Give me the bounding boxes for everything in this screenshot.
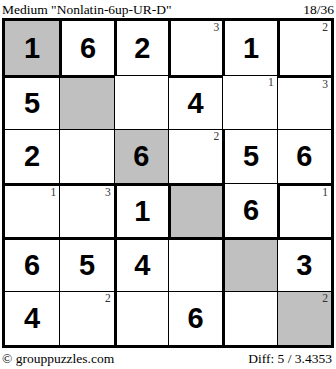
- cell-value: 4: [134, 249, 150, 282]
- cell-r1c2[interactable]: 6: [59, 21, 113, 75]
- difficulty-text: Diff: 5 / 3.4353: [248, 351, 332, 367]
- pencil-mark: 3: [322, 77, 328, 91]
- pencil-mark: 2: [214, 129, 220, 143]
- cell-r3c5[interactable]: 5: [222, 129, 276, 183]
- cell-r4c6[interactable]: 1: [277, 183, 331, 237]
- cell-r3c4[interactable]: 2: [168, 129, 222, 183]
- cell-r3c3[interactable]: 6: [114, 129, 168, 183]
- cell-r3c1[interactable]: 2: [5, 129, 59, 183]
- cell-r6c1[interactable]: 4: [5, 291, 59, 345]
- pencil-mark: 1: [268, 75, 274, 89]
- cell-value: 5: [79, 249, 95, 282]
- cell-r6c2[interactable]: 2: [59, 291, 113, 345]
- cell-r6c6[interactable]: 2: [277, 291, 331, 345]
- cell-r6c3[interactable]: [114, 291, 168, 345]
- cell-r3c6[interactable]: 6: [277, 129, 331, 183]
- cell-r4c4[interactable]: [168, 183, 222, 237]
- pencil-mark: 1: [322, 185, 328, 199]
- cell-r4c1[interactable]: 1: [5, 183, 59, 237]
- cell-value: 6: [243, 194, 259, 227]
- cell-r2c6[interactable]: 3: [277, 75, 331, 129]
- progress-count: 18/36: [303, 2, 334, 18]
- cell-value: 1: [24, 32, 40, 65]
- cell-r5c1[interactable]: 6: [5, 237, 59, 291]
- cell-value: 2: [134, 32, 150, 65]
- cell-r4c5[interactable]: 6: [222, 183, 276, 237]
- puzzle-title: Medium "Nonlatin-6up-UR-D": [2, 2, 172, 18]
- cell-value: 5: [24, 87, 40, 120]
- cell-r4c2[interactable]: 3: [59, 183, 113, 237]
- cell-r4c3[interactable]: 1: [114, 183, 168, 237]
- cell-value: 1: [243, 32, 259, 65]
- cell-value: 2: [24, 140, 40, 173]
- cell-r2c3[interactable]: [114, 75, 168, 129]
- cell-r6c4[interactable]: 6: [168, 291, 222, 345]
- cell-value: 6: [24, 249, 40, 282]
- cell-r2c4[interactable]: 4: [168, 75, 222, 129]
- cell-value: 6: [188, 302, 204, 335]
- cell-r1c6[interactable]: 2: [277, 21, 331, 75]
- cell-r1c4[interactable]: 3: [168, 21, 222, 75]
- cell-r5c5[interactable]: [222, 237, 276, 291]
- cell-r5c2[interactable]: 5: [59, 237, 113, 291]
- cell-r3c2[interactable]: [59, 129, 113, 183]
- cell-r2c5[interactable]: 1: [222, 75, 276, 129]
- cell-r5c4[interactable]: [168, 237, 222, 291]
- pencil-mark: 3: [105, 185, 111, 199]
- header: Medium "Nonlatin-6up-UR-D" 18/36: [0, 0, 336, 18]
- pencil-mark: 3: [214, 20, 220, 34]
- cell-r2c1[interactable]: 5: [5, 75, 59, 129]
- cell-value: 4: [188, 87, 204, 120]
- cell-value: 6: [80, 32, 96, 65]
- cell-r1c3[interactable]: 2: [114, 21, 168, 75]
- puzzle-grid: 1623125413262561316165434262: [2, 18, 334, 348]
- cell-r1c1[interactable]: 1: [5, 21, 59, 75]
- footer: © grouppuzzles.com Diff: 5 / 3.4353: [0, 348, 336, 369]
- pencil-mark: 1: [51, 185, 57, 199]
- cell-r2c2[interactable]: [59, 75, 113, 129]
- cell-value: 6: [296, 140, 312, 173]
- pencil-mark: 2: [322, 20, 328, 34]
- cell-r5c6[interactable]: 3: [277, 237, 331, 291]
- copyright-text: © grouppuzzles.com: [2, 351, 114, 367]
- cell-value: 3: [296, 249, 312, 282]
- cell-r5c3[interactable]: 4: [114, 237, 168, 291]
- pencil-mark: 2: [322, 291, 328, 305]
- pencil-mark: 2: [105, 291, 111, 305]
- cell-value: 5: [243, 140, 259, 173]
- cell-value: 6: [133, 140, 149, 173]
- cell-value: 1: [134, 195, 150, 228]
- cell-value: 4: [24, 302, 40, 335]
- cell-r6c5[interactable]: [222, 291, 276, 345]
- cell-r1c5[interactable]: 1: [222, 21, 276, 75]
